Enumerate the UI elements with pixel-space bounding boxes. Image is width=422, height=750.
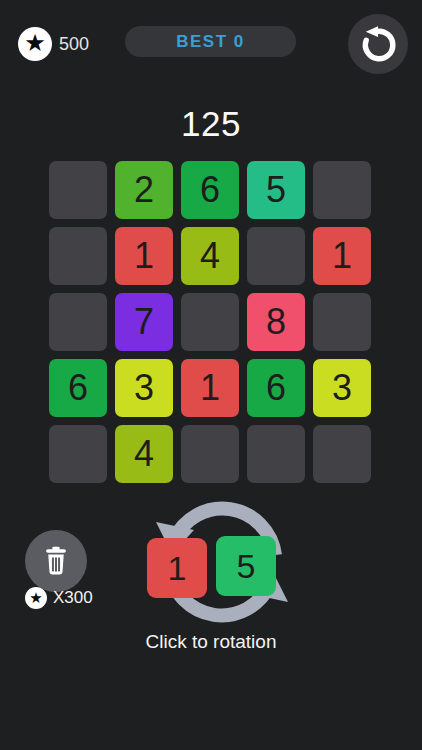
board-cell-empty[interactable] bbox=[181, 425, 239, 483]
next-tiles-rotator[interactable]: 1 5 bbox=[140, 498, 310, 630]
board-tile[interactable]: 7 bbox=[115, 293, 173, 351]
game-screen: ★ 500 BEST 0 125 26514178631634 ★ X300 bbox=[0, 0, 422, 750]
board-cell-empty[interactable] bbox=[49, 227, 107, 285]
board-tile[interactable]: 5 bbox=[247, 161, 305, 219]
board-cell-empty[interactable] bbox=[247, 227, 305, 285]
board-cell-empty[interactable] bbox=[247, 425, 305, 483]
best-score-label: BEST 0 bbox=[176, 32, 245, 52]
board-tile[interactable]: 1 bbox=[181, 359, 239, 417]
board-tile[interactable]: 1 bbox=[313, 227, 371, 285]
board-cell-empty[interactable] bbox=[49, 425, 107, 483]
board-cell-empty[interactable] bbox=[313, 161, 371, 219]
board-tile[interactable]: 2 bbox=[115, 161, 173, 219]
rotation-hint: Click to rotation bbox=[0, 631, 422, 653]
star-icon: ★ bbox=[25, 587, 47, 609]
board-tile[interactable]: 3 bbox=[115, 359, 173, 417]
undo-rotate-icon bbox=[359, 25, 397, 63]
board: 26514178631634 bbox=[49, 161, 371, 483]
board-tile[interactable]: 4 bbox=[115, 425, 173, 483]
board-cell-empty[interactable] bbox=[313, 425, 371, 483]
board-tile[interactable]: 8 bbox=[247, 293, 305, 351]
current-score: 125 bbox=[0, 104, 422, 144]
board-tile[interactable]: 6 bbox=[49, 359, 107, 417]
undo-button[interactable] bbox=[348, 14, 408, 74]
trash-cost-label: X300 bbox=[53, 588, 93, 608]
trash-icon bbox=[40, 545, 72, 577]
next-tile[interactable]: 5 bbox=[216, 536, 276, 596]
next-tile[interactable]: 1 bbox=[147, 538, 207, 598]
star-icon: ★ bbox=[18, 27, 52, 61]
board-tile[interactable]: 6 bbox=[247, 359, 305, 417]
board-cell-empty[interactable] bbox=[181, 293, 239, 351]
coin-balance: ★ 500 bbox=[18, 27, 89, 61]
best-score-button[interactable]: BEST 0 bbox=[125, 26, 296, 57]
board-tile[interactable]: 4 bbox=[181, 227, 239, 285]
trash-button[interactable] bbox=[25, 530, 87, 592]
board-cell-empty[interactable] bbox=[49, 293, 107, 351]
board-tile[interactable]: 6 bbox=[181, 161, 239, 219]
board-cell-empty[interactable] bbox=[49, 161, 107, 219]
trash-cost: ★ X300 bbox=[25, 587, 93, 609]
board-tile[interactable]: 3 bbox=[313, 359, 371, 417]
board-tile[interactable]: 1 bbox=[115, 227, 173, 285]
coin-count: 500 bbox=[59, 34, 89, 55]
board-cell-empty[interactable] bbox=[313, 293, 371, 351]
